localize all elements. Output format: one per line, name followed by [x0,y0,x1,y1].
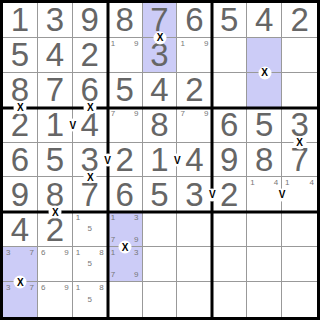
cell-r3c2[interactable]: 7 [38,73,73,108]
given-digit: 5 [255,108,273,141]
cell-r1c7[interactable]: 5 [212,3,247,38]
given-digit: 4 [185,143,203,176]
given-digit: 8 [255,143,273,176]
box-border-horizontal [3,106,317,109]
cell-r3c7[interactable] [212,73,247,108]
cell-r7c6[interactable] [177,212,212,247]
pencil-mark: 9 [204,40,208,48]
pencil-mark: 7 [29,284,33,292]
cell-r7c5[interactable] [143,212,178,247]
given-digit: 1 [150,143,168,176]
pencil-mark: 7 [29,249,33,257]
given-digit: 9 [11,178,29,211]
pencil-mark: 8 [99,249,103,257]
cell-r3c9[interactable] [282,73,317,108]
given-digit: 2 [185,73,203,106]
xv-mark-x: X [258,66,271,79]
cell-r8c7[interactable] [212,247,247,282]
pencil-mark: 3 [134,214,138,222]
cell-r3c6[interactable]: 2 [177,73,212,108]
given-digit: 9 [220,143,238,176]
cell-r1c4[interactable]: 8 [108,3,143,38]
cell-r8c2[interactable]: 69 [38,247,73,282]
pencil-mark: 9 [64,284,68,292]
xv-mark-v: V [171,154,184,167]
cell-r7c8[interactable] [247,212,282,247]
given-digit: 5 [150,178,168,211]
pencil-mark: 1 [180,40,184,48]
cell-r2c7[interactable] [212,38,247,73]
given-digit: 1 [11,3,29,36]
xv-mark-v: V [66,119,79,132]
pencil-mark: 7 [180,110,184,118]
cell-r1c3[interactable]: 9 [73,3,108,38]
pencil-mark: 9 [134,110,138,118]
pencil-mark: 7 [111,271,115,279]
xv-mark-x: X [84,101,97,114]
xv-mark-x: X [154,31,167,44]
given-digit: 4 [11,213,29,246]
cell-r4c8[interactable]: 5 [247,108,282,143]
pencil-mark: 3 [134,249,138,257]
cell-r9c3[interactable]: 185 [73,282,108,317]
given-digit: 8 [150,108,168,141]
cell-r1c2[interactable]: 3 [38,3,73,38]
cell-r4c4[interactable]: 79 [108,108,143,143]
pencil-mark: 1 [250,179,254,187]
given-digit: 4 [150,73,168,106]
cell-r1c9[interactable]: 2 [282,3,317,38]
pencil-mark: 1 [76,214,80,222]
xv-mark-v: V [101,154,114,167]
cell-r5c2[interactable]: 5 [38,143,73,178]
cell-r5c8[interactable]: 8 [247,143,282,178]
pencil-mark: 9 [134,40,138,48]
given-digit: 3 [46,3,64,36]
given-digit: 2 [220,178,238,211]
pencil-mark: 3 [6,249,10,257]
given-digit: 2 [290,3,308,36]
pencil-mark: 4 [310,179,314,187]
given-digit: 5 [220,3,238,36]
cell-r6c5[interactable]: 5 [143,177,178,212]
pencil-mark: 1 [285,179,289,187]
cell-r2c4[interactable]: 19 [108,38,143,73]
cell-r9c4[interactable] [108,282,143,317]
cell-r6c1[interactable]: 9 [3,177,38,212]
cell-r7c3[interactable]: 15 [73,212,108,247]
cell-r4c6[interactable]: 79 [177,108,212,143]
given-digit: 9 [81,3,99,36]
cell-r9c6[interactable] [177,282,212,317]
cell-r9c2[interactable]: 69 [38,282,73,317]
cell-r2c1[interactable]: 5 [3,38,38,73]
cell-r2c6[interactable]: 19 [177,38,212,73]
xv-mark-x: X [119,241,132,254]
pencil-mark: 1 [76,284,80,292]
cell-r9c7[interactable] [212,282,247,317]
given-digit: 3 [185,178,203,211]
cell-r7c1[interactable]: 4 [3,212,38,247]
cell-r2c2[interactable]: 4 [38,38,73,73]
pencil-mark: 7 [111,110,115,118]
cell-r2c9[interactable] [282,38,317,73]
given-digit: 5 [11,38,29,71]
cell-r5c1[interactable]: 6 [3,143,38,178]
xv-mark-x: X [49,206,62,219]
sudoku-board: 1398765425421931987654221479879653653214… [0,0,320,320]
given-digit: 6 [185,3,203,36]
pencil-mark: 6 [41,249,45,257]
pencil-mark: 9 [134,271,138,279]
pencil-mark: 3 [6,284,10,292]
cell-r5c7[interactable]: 9 [212,143,247,178]
cell-r4c5[interactable]: 8 [143,108,178,143]
pencil-mark: 1 [111,214,115,222]
xv-mark-x: X [84,171,97,184]
pencil-mark: 6 [41,284,45,292]
cell-r8c6[interactable] [177,247,212,282]
cell-r8c8[interactable] [247,247,282,282]
cell-r8c5[interactable] [143,247,178,282]
pencil-mark: 9 [64,249,68,257]
xv-mark-v: V [276,188,289,201]
cell-r9c9[interactable] [282,282,317,317]
pencil-mark: 1 [111,40,115,48]
cell-r7c7[interactable] [212,212,247,247]
pencil-mark: 5 [87,296,91,304]
pencil-mark: 9 [204,110,208,118]
xv-mark-x: X [14,101,27,114]
cell-r1c1[interactable]: 1 [3,3,38,38]
given-digit: 1 [46,108,64,141]
cell-r1c6[interactable]: 6 [177,3,212,38]
given-digit: 5 [46,143,64,176]
given-digit: 4 [255,3,273,36]
cell-r3c5[interactable]: 4 [143,73,178,108]
given-digit: 8 [115,3,133,36]
given-digit: 6 [115,178,133,211]
given-digit: 6 [11,143,29,176]
given-digit: 4 [46,38,64,71]
xv-mark-v: V [206,188,219,201]
cell-r9c5[interactable] [143,282,178,317]
cell-r2c3[interactable]: 2 [73,38,108,73]
cell-r8c3[interactable]: 185 [73,247,108,282]
pencil-mark: 1 [76,249,80,257]
cell-r1c8[interactable]: 4 [247,3,282,38]
xv-mark-x: X [293,136,306,149]
pencil-mark: 1 [111,249,115,257]
cell-r3c4[interactable]: 5 [108,73,143,108]
cell-r8c9[interactable] [282,247,317,282]
given-digit: 2 [115,143,133,176]
given-digit: 7 [46,73,64,106]
pencil-mark: 7 [111,236,115,244]
cell-r7c9[interactable] [282,212,317,247]
cell-r4c7[interactable]: 6 [212,108,247,143]
pencil-mark: 5 [87,225,91,233]
pencil-mark: 8 [99,284,103,292]
box-border-vertical [211,3,214,317]
given-digit: 5 [115,73,133,106]
xv-mark-x: X [14,276,27,289]
given-digit: 6 [220,108,238,141]
cell-r6c4[interactable]: 6 [108,177,143,212]
given-digit: 2 [81,38,99,71]
pencil-mark: 4 [274,179,278,187]
pencil-mark: 9 [134,236,138,244]
cell-r9c8[interactable] [247,282,282,317]
pencil-mark: 5 [87,260,91,268]
